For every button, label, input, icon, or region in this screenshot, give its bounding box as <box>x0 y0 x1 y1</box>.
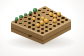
hole-r2c1[interactable] <box>19 23 22 25</box>
hole-r2c6[interactable] <box>42 12 45 14</box>
hole-r1c3[interactable] <box>24 17 26 18</box>
hole-r1c1[interactable] <box>15 21 17 22</box>
hole-r1c2[interactable] <box>20 19 22 20</box>
holes-and-marbles-layer <box>0 0 84 56</box>
hole-r1c7[interactable] <box>43 8 45 9</box>
marble-green-r1c5[interactable] <box>33 8 36 11</box>
marble-green-r1c1[interactable] <box>15 17 18 20</box>
hole-r2c2[interactable] <box>24 21 27 23</box>
marble-green-r1c2[interactable] <box>19 15 22 18</box>
hole-r2c3[interactable] <box>28 18 31 20</box>
hole-r7c6[interactable] <box>61 21 64 23</box>
hole-r7c2[interactable] <box>45 30 48 32</box>
marble-orange-r5c4[interactable] <box>44 18 48 22</box>
hole-r7c3[interactable] <box>49 28 52 30</box>
hole-r1c4[interactable] <box>29 14 31 15</box>
hole-r6c1[interactable] <box>37 30 40 32</box>
hole-r3c1[interactable] <box>24 25 27 27</box>
hole-r6c4[interactable] <box>49 24 52 26</box>
hole-r6c3[interactable] <box>45 26 48 28</box>
marble-orange-r3c3[interactable] <box>32 17 36 21</box>
hole-r6c2[interactable] <box>41 28 44 30</box>
hole-r6c6[interactable] <box>57 19 60 21</box>
hole-r7c4[interactable] <box>53 25 56 27</box>
hole-r4c2[interactable] <box>32 24 35 26</box>
hole-r2c5[interactable] <box>38 14 41 16</box>
hole-r5c1[interactable] <box>32 28 35 30</box>
hole-r4c1[interactable] <box>28 26 31 28</box>
product-photo-scene <box>0 0 84 56</box>
marble-green-r1c4[interactable] <box>29 11 32 14</box>
hole-r3c2[interactable] <box>28 22 31 24</box>
hole-r1c6[interactable] <box>38 10 40 11</box>
hole-r5c5[interactable] <box>49 20 52 22</box>
marble-orange-r6c5[interactable] <box>53 18 57 22</box>
hole-r7c1[interactable] <box>41 32 44 34</box>
marble-green-r1c3[interactable] <box>24 13 27 16</box>
hole-r2c7[interactable] <box>47 10 50 12</box>
hole-r1c5[interactable] <box>34 12 36 13</box>
hole-r3c4[interactable] <box>37 18 40 20</box>
hole-r7c5[interactable] <box>57 23 60 25</box>
hole-r3c3[interactable] <box>33 20 36 22</box>
hole-r7c7[interactable] <box>65 19 68 21</box>
